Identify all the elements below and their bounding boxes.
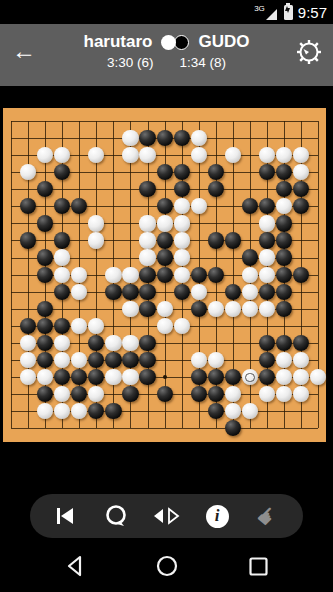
black-stone [54,232,70,248]
black-stone [259,352,275,368]
black-stone [157,198,173,214]
white-stone [225,301,241,317]
black-stone [174,130,190,146]
white-stone [37,369,53,385]
white-stone [259,267,275,283]
black-stone [276,284,292,300]
black-stone [157,386,173,402]
black-stone [259,369,275,385]
white-stone [54,335,70,351]
app-bar: ← harutaro GUDO 3:30 (6) 1:34 (8) [0,24,333,86]
black-stone [208,164,224,180]
black-stone [105,284,121,300]
black-stone [276,164,292,180]
white-stone [157,318,173,334]
white-stone [259,249,275,265]
white-stone [174,198,190,214]
white-stone [208,352,224,368]
black-stone [276,301,292,317]
analysis-gear-icon[interactable] [295,38,323,66]
black-stone [259,232,275,248]
white-stone [139,232,155,248]
white-stone [122,301,138,317]
white-stone [242,369,258,385]
white-stone [242,267,258,283]
white-stone [88,386,104,402]
white-stone [259,386,275,402]
nav-home-button[interactable] [154,553,180,579]
white-stone [174,215,190,231]
white-stone [276,369,292,385]
left-player-clock: 3:30 (6) [107,55,154,70]
black-stone [157,249,173,265]
white-stone [310,369,326,385]
white-stone [259,147,275,163]
white-stone [122,130,138,146]
white-stone [276,386,292,402]
black-stone [54,318,70,334]
white-stone [191,198,207,214]
white-stone [122,147,138,163]
black-stone [242,249,258,265]
white-stone [276,198,292,214]
white-stone [37,147,53,163]
black-stone [37,352,53,368]
black-stone [276,181,292,197]
black-stone [122,284,138,300]
black-stone-icon [174,35,189,50]
black-stone [157,130,173,146]
black-stone [157,267,173,283]
black-stone [276,249,292,265]
black-stone [139,369,155,385]
black-stone [88,335,104,351]
black-stone [71,386,87,402]
white-stone [276,147,292,163]
white-stone [105,369,121,385]
white-stone [20,352,36,368]
black-stone [191,301,207,317]
white-stone [105,267,121,283]
black-stone [259,198,275,214]
black-stone [54,198,70,214]
black-stone [139,181,155,197]
black-stone [88,403,104,419]
black-stone [20,318,36,334]
white-stone [54,249,70,265]
white-stone [71,267,87,283]
white-stone [225,386,241,402]
black-stone [88,369,104,385]
white-stone [54,147,70,163]
black-stone [242,198,258,214]
black-stone [139,284,155,300]
black-stone [208,369,224,385]
black-stone [54,369,70,385]
black-stone [105,352,121,368]
black-stone [37,386,53,402]
white-stone [225,403,241,419]
white-stone [54,267,70,283]
white-stone [225,147,241,163]
white-stone [157,215,173,231]
black-stone [208,181,224,197]
black-stone [208,386,224,402]
white-stone [174,318,190,334]
black-stone [37,249,53,265]
black-stone [225,369,241,385]
black-stone [157,164,173,180]
right-player-clock: 1:34 (8) [180,55,227,70]
white-stone [259,301,275,317]
black-stone [191,369,207,385]
black-stone [139,335,155,351]
black-stone [293,335,309,351]
white-stone [20,369,36,385]
white-stone [122,369,138,385]
black-stone [71,369,87,385]
black-stone [122,386,138,402]
white-stone [276,352,292,368]
white-stone [71,318,87,334]
star-point [163,375,167,379]
black-stone [37,181,53,197]
black-stone [174,284,190,300]
nav-recents-button[interactable] [245,553,271,579]
black-stone [54,164,70,180]
white-stone [191,284,207,300]
black-stone [276,267,292,283]
info-button[interactable]: i [202,501,232,531]
white-stone [139,215,155,231]
black-stone [157,232,173,248]
status-bar: 3G 9:57 [0,0,333,24]
white-stone [37,403,53,419]
black-stone [37,318,53,334]
white-stone [191,147,207,163]
signal-triangle-icon [266,9,277,20]
black-stone [37,267,53,283]
pointing-hand-icon: ☛ [252,501,283,532]
skip-to-start-button[interactable] [50,501,80,531]
black-stone [20,198,36,214]
info-icon: i [206,505,229,528]
white-stone [208,301,224,317]
white-stone [139,249,155,265]
white-stone [174,249,190,265]
black-stone [139,352,155,368]
white-stone [174,232,190,248]
status-clock: 9:57 [298,4,327,21]
white-stone [293,369,309,385]
game-toolbar: i ☛ [30,494,303,538]
signal-indicator: 3G [254,5,277,20]
white-stone [20,164,36,180]
black-stone [276,215,292,231]
black-stone [208,232,224,248]
go-board[interactable] [3,108,326,442]
grid-line [11,428,318,429]
android-nav-bar [0,540,333,592]
black-stone [259,164,275,180]
black-stone [37,335,53,351]
white-stone [293,147,309,163]
black-stone [208,403,224,419]
black-stone [122,352,138,368]
white-stone [157,301,173,317]
white-stone-icon [161,35,176,50]
black-stone [225,420,241,436]
white-stone [54,352,70,368]
black-stone [293,267,309,283]
lightning-bolt-icon [286,8,290,13]
white-stone [191,352,207,368]
black-stone [105,403,121,419]
player-right-name: GUDO [198,32,249,52]
white-stone [71,352,87,368]
black-stone [293,198,309,214]
white-stone [242,403,258,419]
prev-next-move-button[interactable] [151,501,181,531]
black-stone [225,232,241,248]
white-stone [293,164,309,180]
white-stone [122,267,138,283]
black-stone [174,164,190,180]
black-stone [139,267,155,283]
black-stone [259,284,275,300]
play-move-hand-button[interactable]: ☛ [253,501,283,531]
white-stone [71,403,87,419]
network-type-label: 3G [254,5,265,13]
black-stone [276,335,292,351]
white-stone [259,215,275,231]
white-stone [71,284,87,300]
black-stone [293,181,309,197]
white-stone [88,147,104,163]
battery-charging-icon [284,5,293,20]
black-stone [139,301,155,317]
black-stone [208,267,224,283]
white-stone [139,147,155,163]
chat-bubble-button[interactable] [101,501,131,531]
white-stone [88,232,104,248]
game-title: harutaro GUDO 3:30 (6) 1:34 (8) [0,32,333,70]
black-stone [139,130,155,146]
white-stone [105,335,121,351]
black-stone [37,215,53,231]
black-stone [20,232,36,248]
nav-back-button[interactable] [62,553,88,579]
white-stone [242,284,258,300]
white-stone [191,130,207,146]
black-stone [37,301,53,317]
white-stone [88,318,104,334]
white-stone [174,267,190,283]
black-stone [191,386,207,402]
white-stone [20,335,36,351]
black-stone [276,232,292,248]
black-stone [71,198,87,214]
black-stone [88,352,104,368]
last-move-marker [245,373,254,382]
white-stone [242,301,258,317]
white-stone [293,386,309,402]
white-stone [122,335,138,351]
black-stone [191,267,207,283]
white-stone [54,386,70,402]
white-stone [88,215,104,231]
black-stone [54,284,70,300]
black-stone [225,284,241,300]
white-black-stones-icon [160,34,190,51]
white-stone [293,352,309,368]
white-stone [54,403,70,419]
player-left-name: harutaro [84,32,153,52]
black-stone [259,335,275,351]
black-stone [174,181,190,197]
